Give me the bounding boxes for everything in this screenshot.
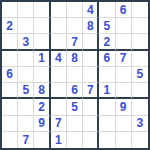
cell-r7c8[interactable]: 9: [116, 99, 132, 115]
cell-r2c6[interactable]: 8: [83, 18, 99, 34]
cell-r3c4[interactable]: [51, 34, 67, 50]
cell-r7c7[interactable]: [99, 99, 115, 115]
cell-r2c4[interactable]: [51, 18, 67, 34]
cell-r6c8[interactable]: [116, 83, 132, 99]
cell-r3c5[interactable]: 7: [67, 34, 83, 50]
cell-r3c7[interactable]: 2: [99, 34, 115, 50]
cell-r6c1[interactable]: [2, 83, 18, 99]
cell-r3c8[interactable]: [116, 34, 132, 50]
cell-r8c9[interactable]: 3: [132, 116, 148, 132]
cell-r5c3[interactable]: [34, 67, 50, 83]
cell-r1c3[interactable]: [34, 2, 50, 18]
cell-r4c2[interactable]: [18, 51, 34, 67]
cell-r2c5[interactable]: [67, 18, 83, 34]
cell-r8c3[interactable]: 9: [34, 116, 50, 132]
cell-r4c3[interactable]: 1: [34, 51, 50, 67]
cell-r7c9[interactable]: [132, 99, 148, 115]
cell-r2c3[interactable]: [34, 18, 50, 34]
cell-r7c6[interactable]: [83, 99, 99, 115]
cell-r9c8[interactable]: [116, 132, 132, 148]
cell-r5c6[interactable]: [83, 67, 99, 83]
cell-r5c1[interactable]: 6: [2, 67, 18, 83]
cell-r2c8[interactable]: [116, 18, 132, 34]
cell-r1c9[interactable]: [132, 2, 148, 18]
cell-r6c5[interactable]: 6: [67, 83, 83, 99]
cell-r1c5[interactable]: [67, 2, 83, 18]
cell-r6c9[interactable]: [132, 83, 148, 99]
cell-r7c5[interactable]: 5: [67, 99, 83, 115]
cell-r1c6[interactable]: 4: [83, 2, 99, 18]
cell-r5c8[interactable]: [116, 67, 132, 83]
cell-r5c9[interactable]: 5: [132, 67, 148, 83]
cell-r6c7[interactable]: 1: [99, 83, 115, 99]
cell-r7c2[interactable]: [18, 99, 34, 115]
cell-r3c1[interactable]: [2, 34, 18, 50]
cell-r1c2[interactable]: [18, 2, 34, 18]
cell-r4c5[interactable]: 8: [67, 51, 83, 67]
cell-r7c1[interactable]: [2, 99, 18, 115]
cell-r9c5[interactable]: [67, 132, 83, 148]
cell-r4c8[interactable]: 7: [116, 51, 132, 67]
cell-r4c6[interactable]: [83, 51, 99, 67]
cell-r9c3[interactable]: [34, 132, 50, 148]
cell-r8c4[interactable]: 7: [51, 116, 67, 132]
cell-r9c7[interactable]: [99, 132, 115, 148]
cell-r6c6[interactable]: 7: [83, 83, 99, 99]
cell-r5c2[interactable]: [18, 67, 34, 83]
cell-r9c9[interactable]: [132, 132, 148, 148]
cell-r6c4[interactable]: [51, 83, 67, 99]
cell-r3c3[interactable]: [34, 34, 50, 50]
cell-r6c3[interactable]: 8: [34, 83, 50, 99]
cell-r4c9[interactable]: [132, 51, 148, 67]
cell-r4c7[interactable]: 6: [99, 51, 115, 67]
cell-r9c6[interactable]: [83, 132, 99, 148]
cell-r2c2[interactable]: [18, 18, 34, 34]
cell-r8c6[interactable]: [83, 116, 99, 132]
cell-r3c6[interactable]: [83, 34, 99, 50]
cell-r8c8[interactable]: [116, 116, 132, 132]
cell-r8c5[interactable]: [67, 116, 83, 132]
cell-r2c1[interactable]: 2: [2, 18, 18, 34]
cell-r3c9[interactable]: [132, 34, 148, 50]
cell-r5c5[interactable]: [67, 67, 83, 83]
cell-r1c7[interactable]: [99, 2, 115, 18]
cell-r2c9[interactable]: [132, 18, 148, 34]
cell-r7c4[interactable]: [51, 99, 67, 115]
cell-r9c2[interactable]: 7: [18, 132, 34, 148]
cell-r8c7[interactable]: [99, 116, 115, 132]
cell-r2c7[interactable]: 5: [99, 18, 115, 34]
cell-r9c1[interactable]: [2, 132, 18, 148]
cell-r5c4[interactable]: [51, 67, 67, 83]
cell-r9c4[interactable]: 1: [51, 132, 67, 148]
cell-r6c2[interactable]: 5: [18, 83, 34, 99]
sudoku-board: 4628537214867655867125997371: [0, 0, 150, 150]
cell-r1c1[interactable]: [2, 2, 18, 18]
cell-r8c1[interactable]: [2, 116, 18, 132]
cell-r1c4[interactable]: [51, 2, 67, 18]
cell-r1c8[interactable]: 6: [116, 2, 132, 18]
cell-r4c1[interactable]: [2, 51, 18, 67]
cell-r4c4[interactable]: 4: [51, 51, 67, 67]
cell-r7c3[interactable]: 2: [34, 99, 50, 115]
cell-r3c2[interactable]: 3: [18, 34, 34, 50]
cell-r8c2[interactable]: [18, 116, 34, 132]
cell-r5c7[interactable]: [99, 67, 115, 83]
